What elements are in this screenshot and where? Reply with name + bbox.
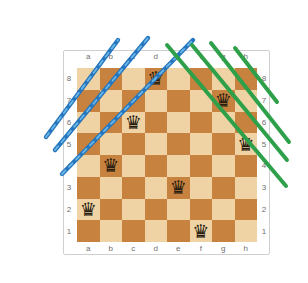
square-a4 bbox=[77, 155, 100, 177]
rank-labels-left: 87654321 bbox=[64, 68, 74, 242]
square-c5 bbox=[122, 133, 145, 155]
square-f8 bbox=[190, 68, 213, 90]
rank-label-5: 5 bbox=[259, 133, 269, 155]
square-e7 bbox=[167, 90, 190, 112]
file-label-f: f bbox=[190, 244, 213, 254]
square-b1 bbox=[100, 220, 123, 242]
square-h3 bbox=[235, 177, 258, 199]
file-labels-top: abcdefgh bbox=[77, 52, 257, 62]
file-label-e: e bbox=[167, 52, 190, 62]
square-d8: ♛ bbox=[145, 68, 168, 90]
file-label-f: f bbox=[190, 52, 213, 62]
square-f3 bbox=[190, 177, 213, 199]
square-h5: ♛ bbox=[235, 133, 258, 155]
rank-label-1: 1 bbox=[259, 220, 269, 242]
square-b6 bbox=[100, 112, 123, 134]
rank-label-4: 4 bbox=[259, 155, 269, 177]
square-b7 bbox=[100, 90, 123, 112]
file-label-g: g bbox=[212, 52, 235, 62]
file-label-d: d bbox=[145, 52, 168, 62]
square-g5 bbox=[212, 133, 235, 155]
square-f4 bbox=[190, 155, 213, 177]
square-g6 bbox=[212, 112, 235, 134]
square-a2: ♛ bbox=[77, 199, 100, 221]
file-label-d: d bbox=[145, 244, 168, 254]
black-queen-a2: ♛ bbox=[77, 199, 100, 221]
eight-queens-diagram: abcdefgh 87654321 ♛♛♛♛♛♛♛♛ 87654321 abcd… bbox=[0, 0, 308, 283]
square-h2 bbox=[235, 199, 258, 221]
square-d5 bbox=[145, 133, 168, 155]
rank-label-2: 2 bbox=[64, 199, 74, 221]
square-e1 bbox=[167, 220, 190, 242]
chess-board: ♛♛♛♛♛♛♛♛ bbox=[77, 68, 257, 242]
square-h8 bbox=[235, 68, 258, 90]
square-e6 bbox=[167, 112, 190, 134]
square-h7 bbox=[235, 90, 258, 112]
square-c7 bbox=[122, 90, 145, 112]
rank-label-2: 2 bbox=[259, 199, 269, 221]
square-g8 bbox=[212, 68, 235, 90]
square-d6 bbox=[145, 112, 168, 134]
file-label-b: b bbox=[100, 52, 123, 62]
black-queen-d8: ♛ bbox=[145, 68, 168, 90]
rank-label-4: 4 bbox=[64, 155, 74, 177]
square-d3 bbox=[145, 177, 168, 199]
square-d4 bbox=[145, 155, 168, 177]
square-a3 bbox=[77, 177, 100, 199]
square-b4: ♛ bbox=[100, 155, 123, 177]
square-g3 bbox=[212, 177, 235, 199]
square-e2 bbox=[167, 199, 190, 221]
square-g7: ♛ bbox=[212, 90, 235, 112]
rank-label-7: 7 bbox=[259, 90, 269, 112]
square-c1 bbox=[122, 220, 145, 242]
square-e3: ♛ bbox=[167, 177, 190, 199]
black-queen-f1: ♛ bbox=[190, 220, 213, 242]
square-c3 bbox=[122, 177, 145, 199]
black-queen-h5: ♛ bbox=[235, 133, 258, 155]
square-f7 bbox=[190, 90, 213, 112]
square-b8 bbox=[100, 68, 123, 90]
square-f6 bbox=[190, 112, 213, 134]
square-e5 bbox=[167, 133, 190, 155]
square-a1 bbox=[77, 220, 100, 242]
square-d2 bbox=[145, 199, 168, 221]
file-label-h: h bbox=[235, 52, 258, 62]
square-e8 bbox=[167, 68, 190, 90]
square-f2 bbox=[190, 199, 213, 221]
square-b5 bbox=[100, 133, 123, 155]
square-c2 bbox=[122, 199, 145, 221]
square-b3 bbox=[100, 177, 123, 199]
square-e4 bbox=[167, 155, 190, 177]
rank-label-1: 1 bbox=[64, 220, 74, 242]
square-g1 bbox=[212, 220, 235, 242]
square-h4 bbox=[235, 155, 258, 177]
black-queen-c6: ♛ bbox=[122, 112, 145, 134]
rank-label-5: 5 bbox=[64, 133, 74, 155]
square-a7 bbox=[77, 90, 100, 112]
black-queen-e3: ♛ bbox=[167, 177, 190, 199]
rank-label-6: 6 bbox=[64, 112, 74, 134]
file-label-a: a bbox=[77, 244, 100, 254]
file-label-g: g bbox=[212, 244, 235, 254]
file-labels-bottom: abcdefgh bbox=[77, 244, 257, 254]
square-g4 bbox=[212, 155, 235, 177]
square-f5 bbox=[190, 133, 213, 155]
file-label-h: h bbox=[235, 244, 258, 254]
square-c4 bbox=[122, 155, 145, 177]
rank-label-8: 8 bbox=[259, 68, 269, 90]
rank-label-3: 3 bbox=[64, 177, 74, 199]
rank-label-6: 6 bbox=[259, 112, 269, 134]
file-label-a: a bbox=[77, 52, 100, 62]
square-b2 bbox=[100, 199, 123, 221]
file-label-b: b bbox=[100, 244, 123, 254]
rank-label-3: 3 bbox=[259, 177, 269, 199]
rank-label-7: 7 bbox=[64, 90, 74, 112]
file-label-e: e bbox=[167, 244, 190, 254]
square-c8 bbox=[122, 68, 145, 90]
black-queen-b4: ♛ bbox=[100, 155, 123, 177]
square-a8 bbox=[77, 68, 100, 90]
black-queen-g7: ♛ bbox=[212, 90, 235, 112]
square-h1 bbox=[235, 220, 258, 242]
square-a6 bbox=[77, 112, 100, 134]
file-label-c: c bbox=[122, 52, 145, 62]
square-d7 bbox=[145, 90, 168, 112]
file-label-c: c bbox=[122, 244, 145, 254]
square-c6: ♛ bbox=[122, 112, 145, 134]
rank-label-8: 8 bbox=[64, 68, 74, 90]
square-g2 bbox=[212, 199, 235, 221]
square-f1: ♛ bbox=[190, 220, 213, 242]
square-h6 bbox=[235, 112, 258, 134]
square-a5 bbox=[77, 133, 100, 155]
square-d1 bbox=[145, 220, 168, 242]
rank-labels-right: 87654321 bbox=[259, 68, 269, 242]
